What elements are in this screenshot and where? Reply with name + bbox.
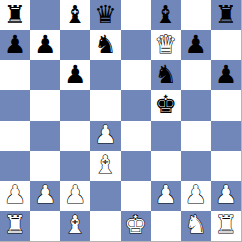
square-c1[interactable]: ♝ <box>60 211 90 241</box>
black-knight-piece: ♞ <box>94 32 116 57</box>
square-g4[interactable] <box>181 121 211 151</box>
square-b5[interactable] <box>30 90 60 120</box>
square-h5[interactable] <box>211 90 241 120</box>
square-b1[interactable] <box>30 211 60 241</box>
square-a3[interactable] <box>0 151 30 181</box>
white-pawn-piece: ♟ <box>4 182 26 207</box>
black-pawn-piece: ♟ <box>215 62 237 87</box>
white-queen-piece: ♛ <box>154 32 176 57</box>
black-rook-piece: ♜ <box>215 2 237 27</box>
white-pawn-piece: ♟ <box>34 182 56 207</box>
white-bishop-piece: ♝ <box>64 212 86 237</box>
square-b7[interactable]: ♟ <box>30 30 60 60</box>
square-c5[interactable] <box>60 90 90 120</box>
white-knight-piece: ♞ <box>185 212 207 237</box>
square-e7[interactable] <box>121 30 151 60</box>
square-h8[interactable]: ♜ <box>211 0 241 30</box>
square-f7[interactable]: ♛ <box>151 30 181 60</box>
square-b2[interactable]: ♟ <box>30 181 60 211</box>
white-rook-piece: ♜ <box>215 212 237 237</box>
square-f3[interactable] <box>151 151 181 181</box>
black-pawn-piece: ♟ <box>185 32 207 57</box>
black-pawn-piece: ♟ <box>4 32 26 57</box>
square-e8[interactable] <box>121 0 151 30</box>
square-d7[interactable]: ♞ <box>90 30 120 60</box>
square-c7[interactable] <box>60 30 90 60</box>
square-h1[interactable]: ♜ <box>211 211 241 241</box>
black-bishop-piece: ♝ <box>64 2 86 27</box>
square-d5[interactable] <box>90 90 120 120</box>
square-g2[interactable]: ♟ <box>181 181 211 211</box>
square-c6[interactable]: ♟ <box>60 60 90 90</box>
white-pawn-piece: ♟ <box>154 182 176 207</box>
square-g1[interactable]: ♞ <box>181 211 211 241</box>
black-pawn-piece: ♟ <box>64 62 86 87</box>
square-c8[interactable]: ♝ <box>60 0 90 30</box>
square-e3[interactable] <box>121 151 151 181</box>
square-g6[interactable] <box>181 60 211 90</box>
black-pawn-piece: ♟ <box>34 32 56 57</box>
black-queen-piece: ♛ <box>94 2 116 27</box>
square-b6[interactable] <box>30 60 60 90</box>
square-c3[interactable] <box>60 151 90 181</box>
chess-board: ♜♝♛♝♜♟♟♞♛♟♟♞♟♚♟♝♟♟♟♟♟♟♜♝♚♞♜ <box>0 0 241 241</box>
square-e5[interactable] <box>121 90 151 120</box>
white-pawn-piece: ♟ <box>215 182 237 207</box>
square-c2[interactable]: ♟ <box>60 181 90 211</box>
white-bishop-piece: ♝ <box>94 152 116 177</box>
white-king-piece: ♚ <box>124 212 146 237</box>
white-rook-piece: ♜ <box>4 212 26 237</box>
square-f1[interactable] <box>151 211 181 241</box>
square-f4[interactable] <box>151 121 181 151</box>
square-h4[interactable] <box>211 121 241 151</box>
square-a8[interactable]: ♜ <box>0 0 30 30</box>
square-a7[interactable]: ♟ <box>0 30 30 60</box>
square-h2[interactable]: ♟ <box>211 181 241 211</box>
square-d2[interactable] <box>90 181 120 211</box>
square-g8[interactable] <box>181 0 211 30</box>
square-d6[interactable] <box>90 60 120 90</box>
black-rook-piece: ♜ <box>4 2 26 27</box>
square-f8[interactable]: ♝ <box>151 0 181 30</box>
square-e6[interactable] <box>121 60 151 90</box>
white-pawn-piece: ♟ <box>185 182 207 207</box>
square-e1[interactable]: ♚ <box>121 211 151 241</box>
black-knight-piece: ♞ <box>154 62 176 87</box>
square-d1[interactable] <box>90 211 120 241</box>
square-c4[interactable] <box>60 121 90 151</box>
square-f5[interactable]: ♚ <box>151 90 181 120</box>
square-d3[interactable]: ♝ <box>90 151 120 181</box>
black-bishop-piece: ♝ <box>154 2 176 27</box>
square-e2[interactable] <box>121 181 151 211</box>
square-g7[interactable]: ♟ <box>181 30 211 60</box>
square-d8[interactable]: ♛ <box>90 0 120 30</box>
chess-board-window: ♜♝♛♝♜♟♟♞♛♟♟♞♟♚♟♝♟♟♟♟♟♟♜♝♚♞♜ <box>0 0 242 242</box>
square-g5[interactable] <box>181 90 211 120</box>
square-b3[interactable] <box>30 151 60 181</box>
square-h3[interactable] <box>211 151 241 181</box>
square-a2[interactable]: ♟ <box>0 181 30 211</box>
white-pawn-piece: ♟ <box>64 182 86 207</box>
square-g3[interactable] <box>181 151 211 181</box>
square-f6[interactable]: ♞ <box>151 60 181 90</box>
square-f2[interactable]: ♟ <box>151 181 181 211</box>
square-h6[interactable]: ♟ <box>211 60 241 90</box>
white-pawn-piece: ♟ <box>94 122 116 147</box>
square-a4[interactable] <box>0 121 30 151</box>
square-b4[interactable] <box>30 121 60 151</box>
square-a5[interactable] <box>0 90 30 120</box>
square-b8[interactable] <box>30 0 60 30</box>
square-a6[interactable] <box>0 60 30 90</box>
square-h7[interactable] <box>211 30 241 60</box>
black-king-piece: ♚ <box>154 92 176 117</box>
square-a1[interactable]: ♜ <box>0 211 30 241</box>
square-e4[interactable] <box>121 121 151 151</box>
square-d4[interactable]: ♟ <box>90 121 120 151</box>
